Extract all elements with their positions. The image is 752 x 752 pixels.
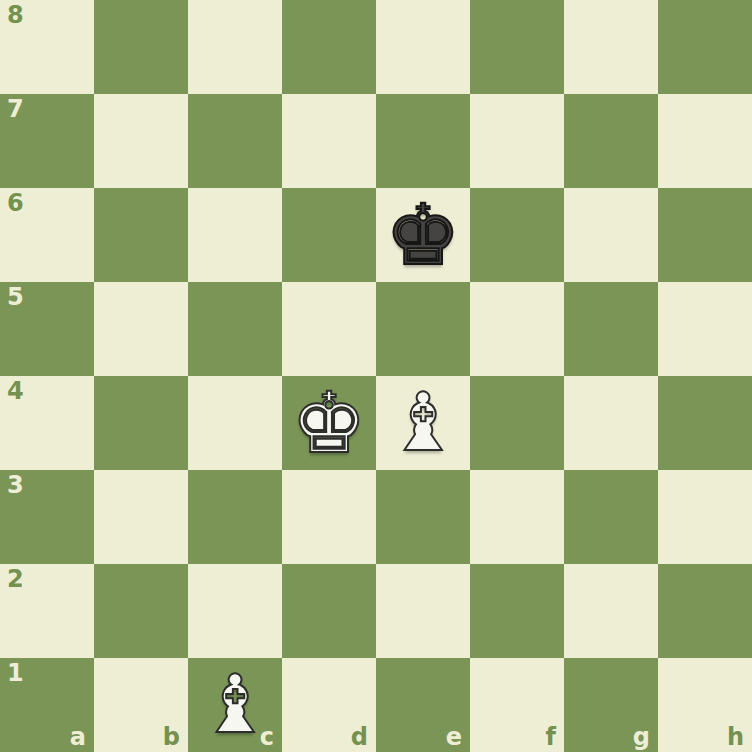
file-label-f: f	[546, 725, 556, 749]
rank-label-5: 5	[7, 285, 24, 309]
square-d8[interactable]	[282, 0, 376, 94]
file-label-h: h	[727, 725, 744, 749]
square-c4[interactable]	[188, 376, 282, 470]
rank-label-1: 1	[7, 661, 24, 685]
square-e2[interactable]	[376, 564, 470, 658]
square-f3[interactable]	[470, 470, 564, 564]
rank-label-2: 2	[7, 567, 24, 591]
square-a5[interactable]: 5	[0, 282, 94, 376]
file-label-e: e	[446, 725, 462, 749]
square-h3[interactable]	[658, 470, 752, 564]
square-b6[interactable]	[94, 188, 188, 282]
square-a7[interactable]: 7	[0, 94, 94, 188]
square-c3[interactable]	[188, 470, 282, 564]
rank-label-8: 8	[7, 3, 24, 27]
square-d7[interactable]	[282, 94, 376, 188]
rank-label-7: 7	[7, 97, 24, 121]
square-b7[interactable]	[94, 94, 188, 188]
square-f5[interactable]	[470, 282, 564, 376]
square-b4[interactable]	[94, 376, 188, 470]
square-b8[interactable]	[94, 0, 188, 94]
square-c2[interactable]	[188, 564, 282, 658]
square-h7[interactable]	[658, 94, 752, 188]
square-c5[interactable]	[188, 282, 282, 376]
square-e4[interactable]: ♝	[376, 376, 470, 470]
chess-board: 876♚54♚♝321abc♝defgh	[0, 0, 752, 752]
square-c7[interactable]	[188, 94, 282, 188]
square-g5[interactable]	[564, 282, 658, 376]
square-d3[interactable]	[282, 470, 376, 564]
file-label-a: a	[70, 725, 86, 749]
square-h4[interactable]	[658, 376, 752, 470]
square-e8[interactable]	[376, 0, 470, 94]
square-d1[interactable]: d	[282, 658, 376, 752]
square-b2[interactable]	[94, 564, 188, 658]
square-f4[interactable]	[470, 376, 564, 470]
square-g8[interactable]	[564, 0, 658, 94]
square-f8[interactable]	[470, 0, 564, 94]
white-bishop[interactable]: ♝	[387, 376, 459, 470]
rank-label-6: 6	[7, 191, 24, 215]
square-b1[interactable]: b	[94, 658, 188, 752]
square-d4[interactable]: ♚	[282, 376, 376, 470]
square-e7[interactable]	[376, 94, 470, 188]
square-g3[interactable]	[564, 470, 658, 564]
square-b3[interactable]	[94, 470, 188, 564]
square-c6[interactable]	[188, 188, 282, 282]
square-f1[interactable]: f	[470, 658, 564, 752]
square-a3[interactable]: 3	[0, 470, 94, 564]
square-a2[interactable]: 2	[0, 564, 94, 658]
square-a1[interactable]: 1a	[0, 658, 94, 752]
square-a6[interactable]: 6	[0, 188, 94, 282]
square-g7[interactable]	[564, 94, 658, 188]
square-d6[interactable]	[282, 188, 376, 282]
square-h8[interactable]	[658, 0, 752, 94]
square-c1[interactable]: c♝	[188, 658, 282, 752]
file-label-b: b	[163, 725, 180, 749]
square-d5[interactable]	[282, 282, 376, 376]
rank-label-4: 4	[7, 379, 24, 403]
square-h5[interactable]	[658, 282, 752, 376]
square-a4[interactable]: 4	[0, 376, 94, 470]
square-g2[interactable]	[564, 564, 658, 658]
square-f2[interactable]	[470, 564, 564, 658]
square-d2[interactable]	[282, 564, 376, 658]
square-g1[interactable]: g	[564, 658, 658, 752]
square-g6[interactable]	[564, 188, 658, 282]
file-label-g: g	[633, 725, 650, 749]
square-e6[interactable]: ♚	[376, 188, 470, 282]
square-g4[interactable]	[564, 376, 658, 470]
square-a8[interactable]: 8	[0, 0, 94, 94]
square-c8[interactable]	[188, 0, 282, 94]
white-king[interactable]: ♚	[291, 376, 366, 470]
square-e1[interactable]: e	[376, 658, 470, 752]
square-e5[interactable]	[376, 282, 470, 376]
black-king[interactable]: ♚	[385, 188, 460, 282]
square-h6[interactable]	[658, 188, 752, 282]
rank-label-3: 3	[7, 473, 24, 497]
square-f7[interactable]	[470, 94, 564, 188]
square-h2[interactable]	[658, 564, 752, 658]
file-label-d: d	[351, 725, 368, 749]
square-b5[interactable]	[94, 282, 188, 376]
square-f6[interactable]	[470, 188, 564, 282]
white-bishop[interactable]: ♝	[199, 658, 271, 752]
square-h1[interactable]: h	[658, 658, 752, 752]
square-e3[interactable]	[376, 470, 470, 564]
